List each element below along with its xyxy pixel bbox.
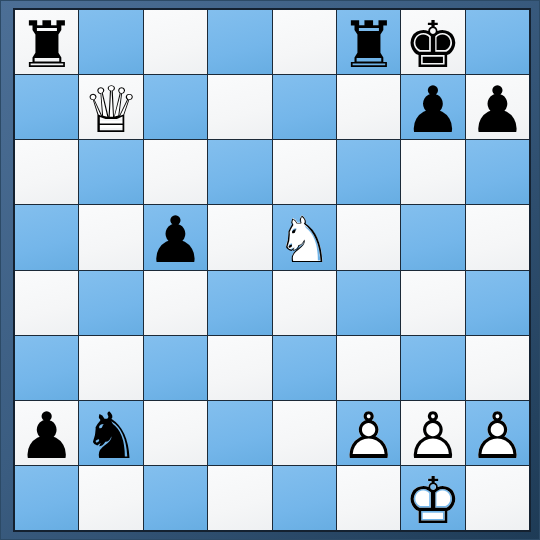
white-king-outline: ♔ (401, 469, 464, 533)
square-c2[interactable] (144, 401, 207, 465)
white-queen-glyph: ♛ (79, 78, 142, 142)
square-a7[interactable] (15, 75, 78, 139)
square-b3[interactable] (79, 336, 142, 400)
square-e3[interactable] (273, 336, 336, 400)
board-inner-border: ♜♜♚♛♕♟♟♟♞♘♟♞♟♙♟♙♟♙♚♔ (13, 8, 531, 532)
white-queen: ♛♕ (79, 75, 142, 139)
square-g8[interactable]: ♚ (401, 10, 464, 74)
square-c6[interactable] (144, 140, 207, 204)
square-b8[interactable] (79, 10, 142, 74)
black-rook-glyph: ♜ (337, 13, 400, 77)
black-pawn-glyph: ♟ (15, 404, 78, 468)
square-d7[interactable] (208, 75, 271, 139)
square-f8[interactable]: ♜ (337, 10, 400, 74)
black-pawn-glyph: ♟ (466, 78, 529, 142)
white-pawn-glyph: ♟ (401, 404, 464, 468)
square-b4[interactable] (79, 271, 142, 335)
square-c4[interactable] (144, 271, 207, 335)
square-h2[interactable]: ♟♙ (466, 401, 529, 465)
square-a4[interactable] (15, 271, 78, 335)
black-pawn: ♟ (144, 205, 207, 269)
square-e1[interactable] (273, 466, 336, 530)
white-knight-outline: ♘ (273, 208, 336, 272)
chess-board: ♜♜♚♛♕♟♟♟♞♘♟♞♟♙♟♙♟♙♚♔ (15, 10, 529, 530)
square-h1[interactable] (466, 466, 529, 530)
square-h6[interactable] (466, 140, 529, 204)
black-pawn: ♟ (401, 75, 464, 139)
square-g5[interactable] (401, 205, 464, 269)
black-pawn-glyph: ♟ (401, 78, 464, 142)
square-g6[interactable] (401, 140, 464, 204)
square-f3[interactable] (337, 336, 400, 400)
square-d6[interactable] (208, 140, 271, 204)
square-c8[interactable] (144, 10, 207, 74)
square-d1[interactable] (208, 466, 271, 530)
square-d4[interactable] (208, 271, 271, 335)
square-e7[interactable] (273, 75, 336, 139)
black-king: ♚ (401, 10, 464, 74)
square-e6[interactable] (273, 140, 336, 204)
black-pawn: ♟ (466, 75, 529, 139)
square-f7[interactable] (337, 75, 400, 139)
square-d2[interactable] (208, 401, 271, 465)
square-h8[interactable] (466, 10, 529, 74)
square-h7[interactable]: ♟ (466, 75, 529, 139)
square-e2[interactable] (273, 401, 336, 465)
white-pawn-outline: ♙ (401, 404, 464, 468)
board-frame: ♜♜♚♛♕♟♟♟♞♘♟♞♟♙♟♙♟♙♚♔ (0, 0, 540, 540)
square-e8[interactable] (273, 10, 336, 74)
square-h5[interactable] (466, 205, 529, 269)
square-a3[interactable] (15, 336, 78, 400)
black-knight-glyph: ♞ (79, 404, 142, 468)
black-pawn: ♟ (15, 401, 78, 465)
square-c3[interactable] (144, 336, 207, 400)
square-c5[interactable]: ♟ (144, 205, 207, 269)
square-g2[interactable]: ♟♙ (401, 401, 464, 465)
black-king-glyph: ♚ (401, 13, 464, 77)
white-pawn-glyph: ♟ (337, 404, 400, 468)
square-b2[interactable]: ♞ (79, 401, 142, 465)
square-d8[interactable] (208, 10, 271, 74)
white-pawn: ♟♙ (401, 401, 464, 465)
white-pawn-glyph: ♟ (466, 404, 529, 468)
square-f2[interactable]: ♟♙ (337, 401, 400, 465)
square-e5[interactable]: ♞♘ (273, 205, 336, 269)
white-king: ♚♔ (401, 466, 464, 530)
black-knight: ♞ (79, 401, 142, 465)
square-f5[interactable] (337, 205, 400, 269)
square-b6[interactable] (79, 140, 142, 204)
black-rook: ♜ (15, 10, 78, 74)
square-g7[interactable]: ♟ (401, 75, 464, 139)
black-rook: ♜ (337, 10, 400, 74)
square-b7[interactable]: ♛♕ (79, 75, 142, 139)
white-pawn-outline: ♙ (466, 404, 529, 468)
white-knight: ♞♘ (273, 205, 336, 269)
square-d5[interactable] (208, 205, 271, 269)
square-e4[interactable] (273, 271, 336, 335)
square-a1[interactable] (15, 466, 78, 530)
white-pawn-outline: ♙ (337, 404, 400, 468)
white-queen-outline: ♕ (79, 78, 142, 142)
square-d3[interactable] (208, 336, 271, 400)
square-f6[interactable] (337, 140, 400, 204)
square-b5[interactable] (79, 205, 142, 269)
square-a8[interactable]: ♜ (15, 10, 78, 74)
white-pawn: ♟♙ (337, 401, 400, 465)
square-g1[interactable]: ♚♔ (401, 466, 464, 530)
square-f1[interactable] (337, 466, 400, 530)
square-a5[interactable] (15, 205, 78, 269)
white-knight-glyph: ♞ (273, 208, 336, 272)
square-c7[interactable] (144, 75, 207, 139)
white-pawn: ♟♙ (466, 401, 529, 465)
black-rook-glyph: ♜ (15, 13, 78, 77)
square-a2[interactable]: ♟ (15, 401, 78, 465)
chess-diagram: ♜♜♚♛♕♟♟♟♞♘♟♞♟♙♟♙♟♙♚♔ (0, 0, 540, 540)
square-h3[interactable] (466, 336, 529, 400)
square-g4[interactable] (401, 271, 464, 335)
square-c1[interactable] (144, 466, 207, 530)
black-pawn-glyph: ♟ (144, 208, 207, 272)
square-h4[interactable] (466, 271, 529, 335)
square-g3[interactable] (401, 336, 464, 400)
square-b1[interactable] (79, 466, 142, 530)
white-king-glyph: ♚ (401, 469, 464, 533)
square-a6[interactable] (15, 140, 78, 204)
square-f4[interactable] (337, 271, 400, 335)
